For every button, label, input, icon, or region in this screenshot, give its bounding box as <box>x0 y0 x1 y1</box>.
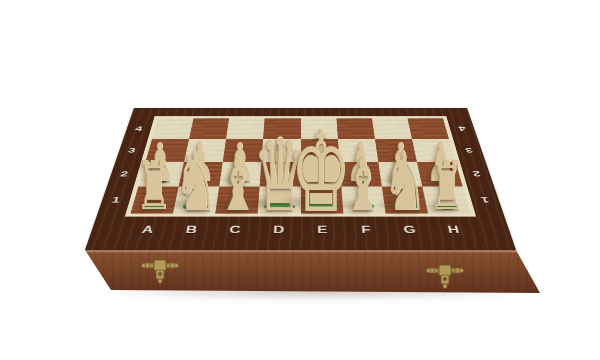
square-c3 <box>223 139 263 162</box>
square-d2 <box>260 162 301 187</box>
square-g4 <box>372 118 412 139</box>
square-a1 <box>131 187 179 214</box>
square-c1 <box>216 187 260 214</box>
rank-label-right-4: 4 <box>451 124 473 133</box>
square-e1 <box>301 187 343 214</box>
file-label-B: B <box>165 224 214 250</box>
square-f1 <box>341 187 385 214</box>
file-labels: ABCDEFGH <box>120 217 481 250</box>
square-a2 <box>138 162 184 187</box>
file-label-H: H <box>430 224 481 250</box>
file-label-F: F <box>344 224 391 250</box>
square-b1 <box>173 187 219 214</box>
square-e4 <box>301 118 338 139</box>
square-c4 <box>226 118 265 139</box>
square-d1 <box>258 187 300 214</box>
square-f4 <box>336 118 375 139</box>
board-squares <box>131 118 471 213</box>
square-a3 <box>145 139 189 162</box>
square-h3 <box>412 139 456 162</box>
rank-label-left-3: 3 <box>120 146 143 155</box>
rank-label-left-4: 4 <box>128 124 150 133</box>
rank-label-right-2: 2 <box>465 169 489 179</box>
latch-icon <box>140 256 180 286</box>
square-g3 <box>375 139 417 162</box>
square-h2 <box>417 162 463 187</box>
square-c2 <box>219 162 261 187</box>
square-e2 <box>301 162 342 187</box>
square-b2 <box>179 162 223 187</box>
square-f3 <box>338 139 378 162</box>
square-e3 <box>301 139 340 162</box>
file-label-D: D <box>255 224 300 250</box>
chessboard: 4321 4321 ABCDEFGH <box>85 108 516 250</box>
file-label-C: C <box>210 224 257 250</box>
square-b4 <box>189 118 229 139</box>
square-f2 <box>339 162 381 187</box>
board-margin <box>125 116 476 216</box>
file-label-G: G <box>387 224 436 250</box>
file-label-E: E <box>301 224 346 250</box>
rank-label-right-3: 3 <box>458 146 481 155</box>
chess-box-photo: 4321 4321 ABCDEFGH <box>0 0 600 360</box>
file-label-A: A <box>120 224 171 250</box>
rank-label-left-1: 1 <box>103 194 129 205</box>
square-h1 <box>422 187 470 214</box>
square-d4 <box>263 118 300 139</box>
square-d3 <box>262 139 301 162</box>
rank-label-right-1: 1 <box>472 194 498 205</box>
square-g1 <box>382 187 428 214</box>
square-h4 <box>407 118 449 139</box>
square-b3 <box>184 139 226 162</box>
box-front-face <box>85 250 541 296</box>
rank-label-left-2: 2 <box>112 169 136 179</box>
square-a4 <box>152 118 194 139</box>
latch-icon <box>425 261 465 291</box>
square-g2 <box>378 162 422 187</box>
